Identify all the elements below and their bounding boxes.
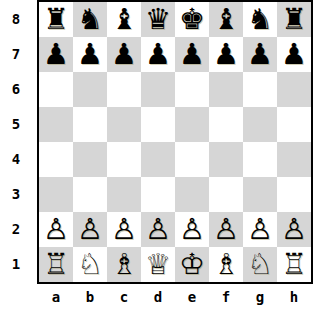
- square-c3[interactable]: [107, 177, 141, 212]
- piece-black-pawn[interactable]: ♟: [73, 37, 107, 72]
- square-f2[interactable]: ♙: [209, 212, 243, 247]
- file-label-d: d: [141, 289, 175, 305]
- square-h2[interactable]: ♙: [277, 212, 311, 247]
- piece-white-knight[interactable]: ♘: [73, 247, 107, 282]
- piece-white-bishop[interactable]: ♗: [107, 247, 141, 282]
- square-b7[interactable]: ♟: [73, 37, 107, 72]
- square-h4[interactable]: [277, 142, 311, 177]
- square-b2[interactable]: ♙: [73, 212, 107, 247]
- rank-labels: 87654321: [0, 2, 32, 282]
- square-a8[interactable]: ♜: [39, 2, 73, 37]
- square-g6[interactable]: [243, 72, 277, 107]
- square-d5[interactable]: [141, 107, 175, 142]
- square-e1[interactable]: ♔: [175, 247, 209, 282]
- square-f1[interactable]: ♗: [209, 247, 243, 282]
- file-labels: abcdefgh: [39, 289, 311, 305]
- square-d3[interactable]: [141, 177, 175, 212]
- piece-black-rook[interactable]: ♜: [277, 2, 311, 37]
- square-h8[interactable]: ♜: [277, 2, 311, 37]
- piece-black-pawn[interactable]: ♟: [39, 37, 73, 72]
- square-a6[interactable]: [39, 72, 73, 107]
- piece-black-pawn[interactable]: ♟: [209, 37, 243, 72]
- piece-white-rook[interactable]: ♖: [277, 247, 311, 282]
- square-c5[interactable]: [107, 107, 141, 142]
- piece-white-rook[interactable]: ♖: [39, 247, 73, 282]
- piece-white-pawn[interactable]: ♙: [107, 212, 141, 247]
- square-d2[interactable]: ♙: [141, 212, 175, 247]
- piece-black-pawn[interactable]: ♟: [141, 37, 175, 72]
- square-b8[interactable]: ♞: [73, 2, 107, 37]
- square-d1[interactable]: ♕: [141, 247, 175, 282]
- piece-black-pawn[interactable]: ♟: [107, 37, 141, 72]
- file-label-h: h: [277, 289, 311, 305]
- piece-black-king[interactable]: ♚: [175, 2, 209, 37]
- square-a7[interactable]: ♟: [39, 37, 73, 72]
- square-d7[interactable]: ♟: [141, 37, 175, 72]
- square-c8[interactable]: ♝: [107, 2, 141, 37]
- piece-black-pawn[interactable]: ♟: [175, 37, 209, 72]
- piece-white-knight[interactable]: ♘: [243, 247, 277, 282]
- square-h6[interactable]: [277, 72, 311, 107]
- piece-black-queen[interactable]: ♛: [141, 2, 175, 37]
- piece-white-pawn[interactable]: ♙: [73, 212, 107, 247]
- square-d8[interactable]: ♛: [141, 2, 175, 37]
- square-b6[interactable]: [73, 72, 107, 107]
- piece-white-pawn[interactable]: ♙: [141, 212, 175, 247]
- piece-white-bishop[interactable]: ♗: [209, 247, 243, 282]
- rank-label-8: 8: [0, 2, 32, 37]
- square-g1[interactable]: ♘: [243, 247, 277, 282]
- square-a4[interactable]: [39, 142, 73, 177]
- square-f6[interactable]: [209, 72, 243, 107]
- square-f8[interactable]: ♝: [209, 2, 243, 37]
- square-a5[interactable]: [39, 107, 73, 142]
- square-g5[interactable]: [243, 107, 277, 142]
- square-b4[interactable]: [73, 142, 107, 177]
- piece-black-knight[interactable]: ♞: [73, 2, 107, 37]
- rank-label-4: 4: [0, 142, 32, 177]
- square-g4[interactable]: [243, 142, 277, 177]
- square-a3[interactable]: [39, 177, 73, 212]
- piece-black-bishop[interactable]: ♝: [209, 2, 243, 37]
- square-h3[interactable]: [277, 177, 311, 212]
- square-c7[interactable]: ♟: [107, 37, 141, 72]
- square-f4[interactable]: [209, 142, 243, 177]
- rank-label-5: 5: [0, 107, 32, 142]
- square-h5[interactable]: [277, 107, 311, 142]
- square-g8[interactable]: ♞: [243, 2, 277, 37]
- square-f7[interactable]: ♟: [209, 37, 243, 72]
- file-label-f: f: [209, 289, 243, 305]
- file-label-g: g: [243, 289, 277, 305]
- chess-board: ♜♞♝♛♚♝♞♜♟♟♟♟♟♟♟♟♙♙♙♙♙♙♙♙♖♘♗♕♔♗♘♖: [37, 0, 313, 284]
- square-e2[interactable]: ♙: [175, 212, 209, 247]
- square-a1[interactable]: ♖: [39, 247, 73, 282]
- piece-black-knight[interactable]: ♞: [243, 2, 277, 37]
- square-e7[interactable]: ♟: [175, 37, 209, 72]
- square-g3[interactable]: [243, 177, 277, 212]
- piece-white-king[interactable]: ♔: [175, 247, 209, 282]
- square-e8[interactable]: ♚: [175, 2, 209, 37]
- square-e6[interactable]: [175, 72, 209, 107]
- file-label-e: e: [175, 289, 209, 305]
- piece-black-pawn[interactable]: ♟: [277, 37, 311, 72]
- piece-white-pawn[interactable]: ♙: [243, 212, 277, 247]
- file-label-c: c: [107, 289, 141, 305]
- square-b1[interactable]: ♘: [73, 247, 107, 282]
- square-c6[interactable]: [107, 72, 141, 107]
- square-f5[interactable]: [209, 107, 243, 142]
- square-b3[interactable]: [73, 177, 107, 212]
- piece-black-rook[interactable]: ♜: [39, 2, 73, 37]
- piece-white-queen[interactable]: ♕: [141, 247, 175, 282]
- piece-white-pawn[interactable]: ♙: [209, 212, 243, 247]
- chess-diagram: 87654321 ♜♞♝♛♚♝♞♜♟♟♟♟♟♟♟♟♙♙♙♙♙♙♙♙♖♘♗♕♔♗♘…: [0, 0, 319, 319]
- piece-white-pawn[interactable]: ♙: [277, 212, 311, 247]
- square-h7[interactable]: ♟: [277, 37, 311, 72]
- rank-label-2: 2: [0, 212, 32, 247]
- rank-label-1: 1: [0, 247, 32, 282]
- piece-black-bishop[interactable]: ♝: [107, 2, 141, 37]
- square-a2[interactable]: ♙: [39, 212, 73, 247]
- square-b5[interactable]: [73, 107, 107, 142]
- piece-black-pawn[interactable]: ♟: [243, 37, 277, 72]
- file-label-a: a: [39, 289, 73, 305]
- square-h1[interactable]: ♖: [277, 247, 311, 282]
- square-f3[interactable]: [209, 177, 243, 212]
- square-e3[interactable]: [175, 177, 209, 212]
- square-e4[interactable]: [175, 142, 209, 177]
- rank-label-3: 3: [0, 177, 32, 212]
- rank-label-6: 6: [0, 72, 32, 107]
- square-g7[interactable]: ♟: [243, 37, 277, 72]
- square-c4[interactable]: [107, 142, 141, 177]
- square-d4[interactable]: [141, 142, 175, 177]
- rank-label-7: 7: [0, 37, 32, 72]
- square-e5[interactable]: [175, 107, 209, 142]
- piece-white-pawn[interactable]: ♙: [39, 212, 73, 247]
- square-c2[interactable]: ♙: [107, 212, 141, 247]
- square-g2[interactable]: ♙: [243, 212, 277, 247]
- file-label-b: b: [73, 289, 107, 305]
- square-c1[interactable]: ♗: [107, 247, 141, 282]
- square-d6[interactable]: [141, 72, 175, 107]
- piece-white-pawn[interactable]: ♙: [175, 212, 209, 247]
